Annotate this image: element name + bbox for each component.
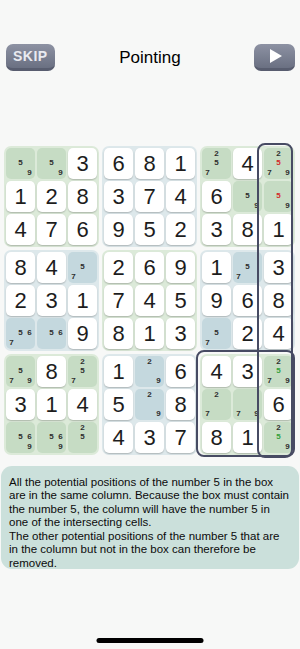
candidate-2: 2 bbox=[274, 149, 283, 159]
candidate-grid: 29 bbox=[135, 356, 164, 387]
candidate-9: 9 bbox=[283, 442, 292, 452]
candidate-7: 7 bbox=[203, 338, 212, 348]
candidate-5: 5 bbox=[78, 433, 87, 443]
candidate-6: 6 bbox=[56, 433, 65, 443]
candidate-9: 9 bbox=[283, 168, 292, 178]
cell-r2c1[interactable]: 1 bbox=[6, 181, 35, 212]
cell-r2c7[interactable]: 6 bbox=[202, 181, 231, 212]
cell-r2c5[interactable]: 7 bbox=[135, 181, 164, 212]
candidate-grid: 569 bbox=[37, 422, 66, 453]
candidate-9: 9 bbox=[25, 442, 34, 452]
cell-r6c5[interactable]: 1 bbox=[135, 318, 164, 349]
candidate-5: 5 bbox=[16, 159, 25, 169]
candidate-grid: 257 bbox=[202, 148, 231, 179]
candidate-grid: 59 bbox=[37, 148, 66, 179]
candidate-9: 9 bbox=[252, 409, 261, 419]
cell-r5c2[interactable]: 3 bbox=[37, 285, 66, 316]
box-7: 579825731456956925 bbox=[4, 354, 99, 455]
cell-r3c7[interactable]: 3 bbox=[202, 214, 231, 245]
cell-r9c1[interactable]: 569 bbox=[6, 422, 35, 453]
explanation-panel: All the potential positions of the numbe… bbox=[1, 466, 299, 569]
candidate-7: 7 bbox=[69, 376, 78, 386]
cell-r2c2[interactable]: 2 bbox=[37, 181, 66, 212]
candidate-6: 6 bbox=[25, 433, 34, 443]
candidate-5: 5 bbox=[78, 367, 87, 377]
candidate-7: 7 bbox=[7, 338, 16, 348]
candidate-5: 5 bbox=[78, 263, 87, 273]
candidate-2: 2 bbox=[145, 357, 154, 367]
candidate-7: 7 bbox=[234, 272, 243, 282]
cell-r3c2[interactable]: 7 bbox=[37, 214, 66, 245]
cell-r6c6[interactable]: 3 bbox=[166, 318, 195, 349]
sudoku-grid: 5959312847668137495225742579659593818457… bbox=[4, 146, 295, 455]
box-3: 2574257965959381 bbox=[200, 146, 295, 247]
cell-r4c2[interactable]: 4 bbox=[37, 252, 66, 283]
candidate-9: 9 bbox=[283, 376, 292, 386]
candidate-5: 5 bbox=[243, 263, 252, 273]
cell-r6c7[interactable]: 57 bbox=[202, 318, 231, 349]
candidate-5: 5 bbox=[16, 367, 25, 377]
candidate-2: 2 bbox=[274, 423, 283, 433]
cell-r8c7[interactable]: 27 bbox=[202, 389, 231, 420]
candidate-5: 5 bbox=[47, 159, 56, 169]
cell-r7c2[interactable]: 8 bbox=[37, 356, 66, 387]
candidate-9: 9 bbox=[154, 376, 163, 386]
play-button[interactable] bbox=[254, 44, 295, 71]
candidate-2: 2 bbox=[78, 423, 87, 433]
candidate-grid: 59 bbox=[233, 181, 262, 212]
candidate-9: 9 bbox=[25, 376, 34, 386]
candidate-grid: 2579 bbox=[264, 356, 293, 387]
candidate-9: 9 bbox=[154, 409, 163, 419]
candidate-2: 2 bbox=[212, 149, 221, 159]
candidate-9: 9 bbox=[25, 168, 34, 178]
cell-r8c2[interactable]: 1 bbox=[37, 389, 66, 420]
candidate-2: 2 bbox=[145, 390, 154, 400]
cell-r1c9[interactable]: 2579 bbox=[264, 148, 293, 179]
cell-r1c1[interactable]: 59 bbox=[6, 148, 35, 179]
cell-r6c1[interactable]: 567 bbox=[6, 318, 35, 349]
candidate-grid: 27 bbox=[202, 389, 231, 420]
candidate-7: 7 bbox=[203, 409, 212, 419]
candidate-9: 9 bbox=[252, 201, 261, 211]
cell-r5c9[interactable]: 8 bbox=[264, 285, 293, 316]
cell-r4c3[interactable]: 57 bbox=[68, 252, 97, 283]
cell-r8c5[interactable]: 29 bbox=[135, 389, 164, 420]
explanation-paragraph-2: The other potential positions of the num… bbox=[9, 530, 291, 570]
candidate-5: 5 bbox=[16, 329, 25, 339]
cell-r9c2[interactable]: 569 bbox=[37, 422, 66, 453]
candidate-grid: 56 bbox=[37, 318, 66, 349]
cell-r4c1[interactable]: 8 bbox=[6, 252, 35, 283]
cell-r3c3[interactable]: 6 bbox=[68, 214, 97, 245]
candidate-5: 5 bbox=[212, 159, 221, 169]
candidate-5: 5 bbox=[243, 192, 252, 202]
cell-r5c3[interactable]: 1 bbox=[68, 285, 97, 316]
candidate-grid: 59 bbox=[6, 148, 35, 179]
home-indicator[interactable] bbox=[97, 638, 204, 643]
cell-r7c7[interactable]: 4 bbox=[202, 356, 231, 387]
cell-r5c7[interactable]: 9 bbox=[202, 285, 231, 316]
candidate-grid: 79 bbox=[233, 389, 262, 420]
box-9: 4325792779681259 bbox=[200, 354, 295, 455]
cell-r7c8[interactable]: 3 bbox=[233, 356, 262, 387]
cell-r9c8[interactable]: 1 bbox=[233, 422, 262, 453]
cell-r4c4[interactable]: 2 bbox=[104, 252, 133, 283]
candidate-2: 2 bbox=[212, 390, 221, 400]
candidate-5: 5 bbox=[274, 367, 283, 377]
cell-r1c2[interactable]: 59 bbox=[37, 148, 66, 179]
candidate-grid: 59 bbox=[264, 181, 293, 212]
box-4: 8457231567569 bbox=[4, 250, 99, 351]
cell-r1c8[interactable]: 4 bbox=[233, 148, 262, 179]
cell-r9c5[interactable]: 3 bbox=[135, 422, 164, 453]
candidate-grid: 567 bbox=[6, 318, 35, 349]
cell-r3c9[interactable]: 1 bbox=[264, 214, 293, 245]
cell-r6c2[interactable]: 56 bbox=[37, 318, 66, 349]
candidate-grid: 569 bbox=[6, 422, 35, 453]
cell-r8c1[interactable]: 3 bbox=[6, 389, 35, 420]
cell-r4c9[interactable]: 3 bbox=[264, 252, 293, 283]
candidate-6: 6 bbox=[56, 329, 65, 339]
candidate-grid: 257 bbox=[68, 356, 97, 387]
cell-r8c9[interactable]: 6 bbox=[264, 389, 293, 420]
cell-r6c8[interactable]: 2 bbox=[233, 318, 262, 349]
cell-r1c3[interactable]: 3 bbox=[68, 148, 97, 179]
box-6: 15739685724 bbox=[200, 250, 295, 351]
cell-r2c4[interactable]: 3 bbox=[104, 181, 133, 212]
candidate-grid: 29 bbox=[135, 389, 164, 420]
box-8: 12965298437 bbox=[102, 354, 197, 455]
candidate-7: 7 bbox=[265, 376, 274, 386]
candidate-2: 2 bbox=[78, 357, 87, 367]
cell-r3c1[interactable]: 4 bbox=[6, 214, 35, 245]
candidate-grid: 2579 bbox=[264, 148, 293, 179]
candidate-7: 7 bbox=[234, 409, 243, 419]
cell-r7c4[interactable]: 1 bbox=[104, 356, 133, 387]
cell-r6c4[interactable]: 8 bbox=[104, 318, 133, 349]
cell-r3c4[interactable]: 9 bbox=[104, 214, 133, 245]
cell-r1c6[interactable]: 1 bbox=[166, 148, 195, 179]
candidate-5: 5 bbox=[47, 329, 56, 339]
candidate-7: 7 bbox=[7, 376, 16, 386]
candidate-5: 5 bbox=[274, 433, 283, 443]
cell-r3c6[interactable]: 2 bbox=[166, 214, 195, 245]
cell-r5c4[interactable]: 7 bbox=[104, 285, 133, 316]
cell-r1c7[interactable]: 257 bbox=[202, 148, 231, 179]
cell-r2c6[interactable]: 4 bbox=[166, 181, 195, 212]
cell-r9c7[interactable]: 8 bbox=[202, 422, 231, 453]
cell-r8c8[interactable]: 79 bbox=[233, 389, 262, 420]
candidate-grid: 259 bbox=[264, 422, 293, 453]
candidate-2: 2 bbox=[274, 357, 283, 367]
cell-r7c9[interactable]: 2579 bbox=[264, 356, 293, 387]
cell-r4c7[interactable]: 1 bbox=[202, 252, 231, 283]
cell-r9c6[interactable]: 7 bbox=[166, 422, 195, 453]
box-2: 681374952 bbox=[102, 146, 197, 247]
cell-r7c6[interactable]: 6 bbox=[166, 356, 195, 387]
box-1: 59593128476 bbox=[4, 146, 99, 247]
cell-r1c5[interactable]: 8 bbox=[135, 148, 164, 179]
candidate-5: 5 bbox=[212, 329, 221, 339]
cell-r1c4[interactable]: 6 bbox=[104, 148, 133, 179]
explanation-paragraph-1: All the potential positions of the numbe… bbox=[9, 476, 291, 530]
cell-r4c8[interactable]: 57 bbox=[233, 252, 262, 283]
candidate-9: 9 bbox=[56, 442, 65, 452]
cell-r4c5[interactable]: 6 bbox=[135, 252, 164, 283]
cell-r3c5[interactable]: 5 bbox=[135, 214, 164, 245]
cell-r6c9[interactable]: 4 bbox=[264, 318, 293, 349]
cell-r3c8[interactable]: 8 bbox=[233, 214, 262, 245]
cell-r7c5[interactable]: 29 bbox=[135, 356, 164, 387]
cell-r9c9[interactable]: 259 bbox=[264, 422, 293, 453]
cell-r8c6[interactable]: 8 bbox=[166, 389, 195, 420]
cell-r9c3[interactable]: 25 bbox=[68, 422, 97, 453]
candidate-9: 9 bbox=[56, 168, 65, 178]
candidate-5: 5 bbox=[274, 159, 283, 169]
cell-r6c3[interactable]: 9 bbox=[68, 318, 97, 349]
candidate-grid: 57 bbox=[202, 318, 231, 349]
candidate-5: 5 bbox=[16, 433, 25, 443]
candidate-5: 5 bbox=[274, 192, 283, 202]
candidate-7: 7 bbox=[265, 168, 274, 178]
cell-r8c4[interactable]: 5 bbox=[104, 389, 133, 420]
candidate-grid: 579 bbox=[6, 356, 35, 387]
cell-r2c8[interactable]: 59 bbox=[233, 181, 262, 212]
candidate-6: 6 bbox=[25, 329, 34, 339]
candidate-7: 7 bbox=[203, 168, 212, 178]
cell-r7c1[interactable]: 579 bbox=[6, 356, 35, 387]
candidate-grid: 57 bbox=[233, 252, 262, 283]
candidate-5: 5 bbox=[47, 433, 56, 443]
cell-r5c8[interactable]: 6 bbox=[233, 285, 262, 316]
box-5: 269745813 bbox=[102, 250, 197, 351]
cell-r5c1[interactable]: 2 bbox=[6, 285, 35, 316]
cell-r4c6[interactable]: 9 bbox=[166, 252, 195, 283]
cell-r5c5[interactable]: 4 bbox=[135, 285, 164, 316]
cell-r8c3[interactable]: 4 bbox=[68, 389, 97, 420]
cell-r2c9[interactable]: 59 bbox=[264, 181, 293, 212]
cell-r7c3[interactable]: 257 bbox=[68, 356, 97, 387]
cell-r5c6[interactable]: 5 bbox=[166, 285, 195, 316]
candidate-7: 7 bbox=[69, 272, 78, 282]
candidate-9: 9 bbox=[283, 201, 292, 211]
candidate-grid: 25 bbox=[68, 422, 97, 453]
play-icon bbox=[270, 49, 282, 63]
candidate-grid: 57 bbox=[68, 252, 97, 283]
cell-r9c4[interactable]: 4 bbox=[104, 422, 133, 453]
cell-r2c3[interactable]: 8 bbox=[68, 181, 97, 212]
